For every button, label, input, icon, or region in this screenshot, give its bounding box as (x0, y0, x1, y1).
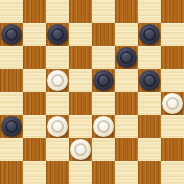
square-b5 (23, 69, 46, 92)
black-man-piece[interactable] (116, 47, 137, 68)
white-man-piece[interactable] (70, 139, 91, 160)
square-e8 (92, 0, 115, 23)
square-a6 (0, 46, 23, 69)
square-f8[interactable] (115, 0, 138, 23)
square-b3 (23, 115, 46, 138)
square-c3[interactable] (46, 115, 69, 138)
square-b8[interactable] (23, 0, 46, 23)
square-f7 (115, 23, 138, 46)
square-c6 (46, 46, 69, 69)
square-g7[interactable] (138, 23, 161, 46)
square-b1 (23, 161, 46, 184)
square-g6 (138, 46, 161, 69)
square-g5[interactable] (138, 69, 161, 92)
square-c4 (46, 92, 69, 115)
square-g3[interactable] (138, 115, 161, 138)
square-a4 (0, 92, 23, 115)
square-d3 (69, 115, 92, 138)
square-h4[interactable] (161, 92, 184, 115)
square-g8 (138, 0, 161, 23)
square-c5[interactable] (46, 69, 69, 92)
black-man-piece[interactable] (1, 24, 22, 45)
square-d7 (69, 23, 92, 46)
square-h5 (161, 69, 184, 92)
square-a8 (0, 0, 23, 23)
square-e7[interactable] (92, 23, 115, 46)
square-f5 (115, 69, 138, 92)
square-a1[interactable] (0, 161, 23, 184)
square-b6[interactable] (23, 46, 46, 69)
square-f4[interactable] (115, 92, 138, 115)
checkers-board (0, 0, 184, 184)
square-c8 (46, 0, 69, 23)
square-d6[interactable] (69, 46, 92, 69)
square-e2 (92, 138, 115, 161)
square-a2 (0, 138, 23, 161)
square-h1 (161, 161, 184, 184)
square-c2 (46, 138, 69, 161)
square-d8[interactable] (69, 0, 92, 23)
square-h8[interactable] (161, 0, 184, 23)
square-f1 (115, 161, 138, 184)
square-a3[interactable] (0, 115, 23, 138)
black-man-piece[interactable] (47, 24, 68, 45)
square-e3[interactable] (92, 115, 115, 138)
square-g2 (138, 138, 161, 161)
square-d4[interactable] (69, 92, 92, 115)
black-man-piece[interactable] (93, 70, 114, 91)
square-b7 (23, 23, 46, 46)
square-f6[interactable] (115, 46, 138, 69)
black-man-piece[interactable] (139, 70, 160, 91)
square-c7[interactable] (46, 23, 69, 46)
white-man-piece[interactable] (47, 70, 68, 91)
square-g4 (138, 92, 161, 115)
square-b4[interactable] (23, 92, 46, 115)
square-e4 (92, 92, 115, 115)
square-h3 (161, 115, 184, 138)
square-a5[interactable] (0, 69, 23, 92)
black-man-piece[interactable] (139, 24, 160, 45)
square-c1[interactable] (46, 161, 69, 184)
square-a7[interactable] (0, 23, 23, 46)
square-b2[interactable] (23, 138, 46, 161)
square-h6[interactable] (161, 46, 184, 69)
white-man-piece[interactable] (162, 93, 183, 114)
square-e6 (92, 46, 115, 69)
square-e1[interactable] (92, 161, 115, 184)
square-e5[interactable] (92, 69, 115, 92)
black-man-piece[interactable] (1, 116, 22, 137)
square-f3 (115, 115, 138, 138)
square-f2[interactable] (115, 138, 138, 161)
square-g1[interactable] (138, 161, 161, 184)
square-h7 (161, 23, 184, 46)
white-man-piece[interactable] (47, 116, 68, 137)
square-d5 (69, 69, 92, 92)
white-man-piece[interactable] (93, 116, 114, 137)
square-h2[interactable] (161, 138, 184, 161)
square-d1 (69, 161, 92, 184)
square-d2[interactable] (69, 138, 92, 161)
